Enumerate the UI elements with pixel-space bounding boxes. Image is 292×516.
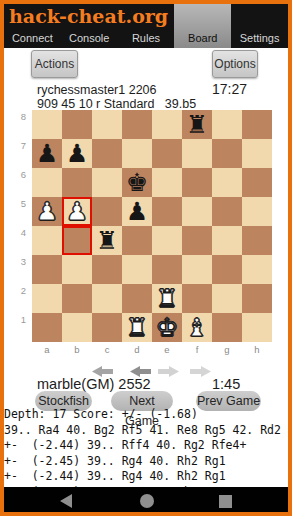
rank-label-5: 5 xyxy=(12,198,26,209)
square-c2[interactable] xyxy=(92,284,122,313)
square-e4[interactable] xyxy=(152,226,182,255)
square-g7[interactable] xyxy=(212,139,242,168)
engine-line: +- (-2.44) 39.. Rg4 40. Rh2 Rg1 xyxy=(4,469,292,485)
square-e6[interactable] xyxy=(152,168,182,197)
rank-label-3: 3 xyxy=(12,256,26,267)
square-b7[interactable]: ♟ xyxy=(62,139,92,168)
square-f8[interactable]: ♜ xyxy=(182,110,212,139)
rank-label-2: 2 xyxy=(12,285,26,296)
square-c4[interactable]: ♜ xyxy=(92,226,122,255)
square-d2[interactable] xyxy=(122,284,152,313)
rank-label-1: 1 xyxy=(12,314,26,325)
square-c3[interactable] xyxy=(92,255,122,284)
piece-black-rook: ♜ xyxy=(96,228,118,253)
square-h4[interactable] xyxy=(242,226,272,255)
square-e7[interactable] xyxy=(152,139,182,168)
rank-label-4: 4 xyxy=(12,227,26,238)
home-icon[interactable] xyxy=(140,494,154,508)
square-e8[interactable] xyxy=(152,110,182,139)
file-label-a: a xyxy=(32,344,62,355)
tab-connect[interactable]: Connect xyxy=(4,28,61,48)
piece-white-rook: ♜ xyxy=(156,286,178,311)
square-c8[interactable] xyxy=(92,110,122,139)
prev-move-arrow-button[interactable] xyxy=(130,363,151,374)
last-move-arrow-button[interactable] xyxy=(190,363,211,374)
square-d6[interactable]: ♚ xyxy=(122,168,152,197)
watermark-banner: hack-cheat.org xyxy=(9,5,168,27)
square-f4[interactable] xyxy=(182,226,212,255)
square-g8[interactable] xyxy=(212,110,242,139)
file-label-d: d xyxy=(122,344,152,355)
square-h3[interactable] xyxy=(242,255,272,284)
rank-label-7: 7 xyxy=(12,140,26,151)
app-screen: hack-cheat.org ConnectConsoleRulesBoardS… xyxy=(0,0,292,516)
square-d3[interactable] xyxy=(122,255,152,284)
back-icon[interactable] xyxy=(60,494,72,508)
square-d1[interactable]: ♜ xyxy=(122,313,152,342)
rank-label-8: 8 xyxy=(12,111,26,122)
file-label-c: c xyxy=(92,344,122,355)
tab-console[interactable]: Console xyxy=(61,28,118,48)
square-h1[interactable] xyxy=(242,313,272,342)
piece-white-bishop: ♝ xyxy=(186,315,208,340)
square-b4[interactable] xyxy=(62,226,92,255)
square-e3[interactable] xyxy=(152,255,182,284)
square-g2[interactable] xyxy=(212,284,242,313)
square-f6[interactable] xyxy=(182,168,212,197)
next-move-arrow-button[interactable] xyxy=(158,363,179,374)
file-label-f: f xyxy=(182,344,212,355)
rank-label-6: 6 xyxy=(12,169,26,180)
square-c7[interactable] xyxy=(92,139,122,168)
opponent-name-rating: rychessmaster1 2206 xyxy=(37,83,157,97)
square-f3[interactable] xyxy=(182,255,212,284)
first-move-arrow-button[interactable] xyxy=(92,363,113,374)
piece-white-rook: ♜ xyxy=(126,315,148,340)
file-label-h: h xyxy=(242,344,272,355)
square-a1[interactable] xyxy=(32,313,62,342)
square-a8[interactable] xyxy=(32,110,62,139)
file-label-g: g xyxy=(212,344,242,355)
square-d5[interactable]: ♟ xyxy=(122,197,152,226)
game-info-line: 909 45 10 r Standard 39.b5 xyxy=(37,97,196,111)
square-c1[interactable] xyxy=(92,313,122,342)
square-g5[interactable] xyxy=(212,197,242,226)
piece-black-pawn: ♟ xyxy=(126,199,148,224)
square-h5[interactable] xyxy=(242,197,272,226)
recents-icon[interactable] xyxy=(219,495,232,508)
engine-line: 39.. Ra4 40. Bg2 Rf5 41. Re8 Rg5 42. Rd2… xyxy=(4,423,292,439)
android-navbar xyxy=(0,487,292,516)
square-c6[interactable] xyxy=(92,168,122,197)
square-a4[interactable] xyxy=(32,226,62,255)
square-f1[interactable]: ♝ xyxy=(182,313,212,342)
square-e2[interactable]: ♜ xyxy=(152,284,182,313)
tab-board[interactable]: Board xyxy=(174,28,231,48)
piece-black-pawn: ♟ xyxy=(66,141,88,166)
engine-line: Depth: 17 Score: +/- (-1.68) xyxy=(4,407,292,423)
square-c5[interactable] xyxy=(92,197,122,226)
engine-line: +- (-2.45) 39.. Rg4 40. Rh2 Rg1 xyxy=(4,454,292,470)
actions-button[interactable]: Actions xyxy=(31,50,78,78)
piece-black-pawn: ♟ xyxy=(36,141,58,166)
app-header: hack-cheat.org ConnectConsoleRulesBoardS… xyxy=(4,4,288,48)
square-h7[interactable] xyxy=(242,139,272,168)
file-label-e: e xyxy=(152,344,182,355)
options-button[interactable]: Options xyxy=(212,50,258,78)
square-h8[interactable] xyxy=(242,110,272,139)
square-b3[interactable] xyxy=(62,255,92,284)
square-f2[interactable] xyxy=(182,284,212,313)
tab-settings[interactable]: Settings xyxy=(231,28,288,48)
square-f5[interactable] xyxy=(182,197,212,226)
square-f7[interactable] xyxy=(182,139,212,168)
square-b8[interactable] xyxy=(62,110,92,139)
player-name-rating: marble(GM) 2552 xyxy=(37,376,151,392)
square-d8[interactable] xyxy=(122,110,152,139)
piece-black-rook: ♜ xyxy=(186,112,208,137)
piece-white-king: ♚ xyxy=(156,315,178,340)
square-d4[interactable] xyxy=(122,226,152,255)
square-h2[interactable] xyxy=(242,284,272,313)
square-g1[interactable] xyxy=(212,313,242,342)
piece-white-pawn: ♟ xyxy=(36,199,58,224)
square-g3[interactable] xyxy=(212,255,242,284)
square-b5[interactable]: ♟ xyxy=(62,197,92,226)
chess-board: ♜♟♟♚♟♟♟♜♜♜♚♝ xyxy=(32,110,272,342)
square-a2[interactable] xyxy=(32,284,62,313)
square-e1[interactable]: ♚ xyxy=(152,313,182,342)
square-g4[interactable] xyxy=(212,226,242,255)
tab-bar: ConnectConsoleRulesBoardSettings xyxy=(4,28,288,48)
square-e5[interactable] xyxy=(152,197,182,226)
file-label-b: b xyxy=(62,344,92,355)
square-a7[interactable]: ♟ xyxy=(32,139,62,168)
opponent-clock: 17:27 xyxy=(212,81,247,97)
engine-line: +- (-2.44) 39.. Rff4 40. Rg2 Rfe4+ xyxy=(4,438,292,454)
square-b1[interactable] xyxy=(62,313,92,342)
square-a3[interactable] xyxy=(32,255,62,284)
square-h6[interactable] xyxy=(242,168,272,197)
square-a5[interactable]: ♟ xyxy=(32,197,62,226)
square-g6[interactable] xyxy=(212,168,242,197)
player-clock: 1:45 xyxy=(212,376,240,392)
square-d7[interactable] xyxy=(122,139,152,168)
square-b6[interactable] xyxy=(62,168,92,197)
piece-black-king: ♚ xyxy=(126,170,148,195)
tab-rules[interactable]: Rules xyxy=(118,28,175,48)
piece-white-pawn: ♟ xyxy=(66,199,88,224)
square-b2[interactable] xyxy=(62,284,92,313)
square-a6[interactable] xyxy=(32,168,62,197)
